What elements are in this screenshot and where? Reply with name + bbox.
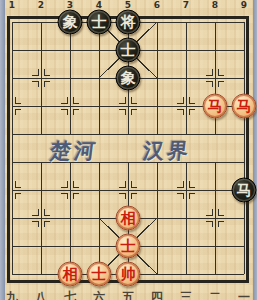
file-label-bottom-7: 三 [180, 291, 192, 300]
file-label-top-1: 1 [9, 1, 15, 10]
xiangqi-app: 123456789 九八七六五四三二一 楚河 汉界 象士将士象马马马相士相士帅 [0, 0, 257, 300]
file-label-bottom-3: 七 [64, 291, 76, 300]
file-label-top-8: 8 [212, 1, 218, 10]
piece-red-advisor-f5r9[interactable]: 士 [116, 234, 141, 259]
piece-red-horse-f9r4[interactable]: 马 [232, 94, 257, 119]
piece-red-general-f5r10[interactable]: 帅 [116, 262, 141, 287]
file-label-bottom-8: 二 [209, 291, 221, 300]
river-text-right: 汉界 [141, 137, 192, 165]
file-label-top-2: 2 [38, 1, 44, 10]
piece-black-general-f5r1[interactable]: 将 [116, 10, 141, 35]
file-label-bottom-6: 四 [151, 291, 163, 300]
piece-black-horse-f9r7[interactable]: 马 [232, 178, 257, 203]
piece-black-elephant-f5r3[interactable]: 象 [116, 66, 141, 91]
piece-red-elephant-f3r10[interactable]: 相 [58, 262, 83, 287]
file-label-bottom-5: 五 [122, 291, 134, 300]
piece-red-horse-f8r4[interactable]: 马 [203, 94, 228, 119]
piece-red-advisor-f4r10[interactable]: 士 [87, 262, 112, 287]
file-label-bottom-1: 九 [6, 291, 18, 300]
river-text-left: 楚河 [48, 137, 99, 165]
piece-red-elephant-f5r8[interactable]: 相 [116, 206, 141, 231]
file-label-top-7: 7 [183, 1, 189, 10]
file-label-top-9: 9 [241, 1, 247, 10]
piece-black-advisor-f4r1[interactable]: 士 [87, 10, 112, 35]
file-label-bottom-2: 八 [35, 291, 47, 300]
piece-black-elephant-f3r1[interactable]: 象 [58, 10, 83, 35]
file-label-bottom-9: 一 [238, 291, 250, 300]
piece-black-advisor-f5r2[interactable]: 士 [116, 38, 141, 63]
file-label-bottom-4: 六 [93, 291, 105, 300]
file-label-top-6: 6 [154, 1, 160, 10]
